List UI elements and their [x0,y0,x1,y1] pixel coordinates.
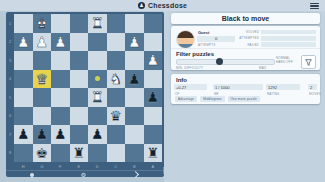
rank-labels: 12345678 [6,14,14,162]
square-e8[interactable]: ♜ [70,144,89,163]
square-g2[interactable]: ♟ [33,33,52,52]
square-h6[interactable] [14,107,33,126]
square-h5[interactable] [14,88,33,107]
rank-label-5: 5 [6,88,14,107]
square-d8[interactable] [88,144,107,163]
white-pawn-a3[interactable]: ♟ [144,51,163,70]
square-d5[interactable]: ♜ [88,88,107,107]
square-e2[interactable] [70,33,89,52]
black-rook-e8[interactable]: ♜ [70,144,89,163]
stat-row-attempted: ATTEMPTED [231,36,316,41]
board-toolbar: ⚙ [6,170,164,178]
square-a4[interactable] [144,70,163,89]
square-c5[interactable] [107,88,126,107]
square-g3[interactable] [33,51,52,70]
divider [171,48,320,49]
square-f2[interactable]: ♟ [51,33,70,52]
stat-field[interactable] [261,30,316,35]
filter-heading: Filter puzzles [176,51,214,57]
info-tags: AdvantageMiddlegameOne move puzzle [175,96,263,102]
square-a3[interactable]: ♟ [144,51,163,70]
settings-icon[interactable]: ⚙ [81,172,86,178]
square-a5[interactable]: ♟ [144,88,163,107]
file-label-a: A [144,162,163,170]
white-rook-d5[interactable]: ♜ [88,88,107,107]
square-c8[interactable] [107,144,126,163]
file-label-f: F [51,162,70,170]
black-pawn-d7[interactable]: ♟ [88,125,107,144]
side-panel: Black to move Guest 0 ATTEMPTS SOLVEDATT… [164,11,325,182]
rank-label-8: 8 [6,144,14,163]
black-pawn-h7[interactable]: ♟ [14,125,33,144]
avatar [176,30,195,49]
file-labels: HGFEDCBA [14,162,162,170]
square-h2[interactable]: ♟ [14,33,33,52]
stat-label: FAILED [231,43,261,47]
square-f8[interactable] [51,144,70,163]
square-c3[interactable] [107,51,126,70]
file-label-g: G [33,162,52,170]
difficulty-slider[interactable] [176,59,275,65]
info-caption-moves: MOVES [309,92,321,96]
info-heading: Info [176,77,187,83]
stat-row-failed: FAILED [231,42,316,47]
tag-chip[interactable]: Advantage [175,96,197,102]
square-e7[interactable] [70,125,89,144]
slider-min-caption: MIN. DIFFICULTY [176,66,203,70]
profile-card: Guest 0 ATTEMPTS SOLVEDATTEMPTEDFAILED F… [171,26,320,70]
square-e4[interactable] [70,70,89,89]
slider-max-caption: MAX. [259,66,267,70]
score-field[interactable]: 0 [197,36,235,42]
square-e6[interactable] [70,107,89,126]
hamburger-menu-icon[interactable] [310,3,319,9]
square-d7[interactable]: ♟ [88,125,107,144]
stat-field[interactable] [261,36,316,41]
info-value-moves: 2 [308,84,317,90]
chessdose-logo-icon: ♟ [138,2,145,9]
app-title: Chessdose [148,2,187,9]
file-label-h: H [14,162,33,170]
white-king-g1[interactable]: ♚ [33,14,52,33]
board[interactable]: ♚♜♟♟♟♟♟♛♞♟♜♟♛♟♟♟♟♚♜♜ [14,14,162,162]
square-g5[interactable] [33,88,52,107]
square-b4[interactable]: ♟ [125,70,144,89]
status-banner: Black to move [171,13,320,24]
info-caption-rating: RATING [267,92,279,96]
square-c6[interactable]: ♛ [107,107,126,126]
square-g8[interactable]: ♚ [33,144,52,163]
stat-row-solved: SOLVED [231,30,316,35]
square-d4[interactable] [88,70,107,89]
square-b3[interactable] [125,51,144,70]
square-g1[interactable]: ♚ [33,14,52,33]
square-b6[interactable] [125,107,144,126]
square-e5[interactable] [70,88,89,107]
score-caption: ATTEMPTS [198,43,215,47]
black-rook-a8[interactable]: ♜ [144,144,163,163]
top-bar: ♟ Chessdose [0,0,325,11]
black-queen-c6[interactable]: ♛ [107,107,126,126]
square-g6[interactable] [33,107,52,126]
slider-knob[interactable] [216,58,223,65]
square-c7[interactable] [107,125,126,144]
square-f3[interactable] [51,51,70,70]
turn-indicator: Black to move [222,15,269,22]
square-a2[interactable] [144,33,163,52]
black-pawn-b4[interactable]: ♟ [125,70,144,89]
stat-field[interactable] [261,42,316,47]
black-pawn-a5[interactable]: ♟ [144,88,163,107]
square-a7[interactable] [144,125,163,144]
white-knight-c4[interactable]: ♞ [107,70,126,89]
tag-chip[interactable]: Middlegame [200,96,224,102]
square-b2[interactable]: ♟ [125,33,144,52]
square-c1[interactable] [107,14,126,33]
info-value-rating: 1292 [266,84,300,90]
rank-label-7: 7 [6,125,14,144]
square-f4[interactable] [51,70,70,89]
square-a8[interactable]: ♜ [144,144,163,163]
black-pawn-f7[interactable]: ♟ [51,125,70,144]
white-pawn-f2[interactable]: ♟ [51,33,70,52]
square-f6[interactable] [51,107,70,126]
square-f1[interactable] [51,14,70,33]
rank-label-2: 2 [6,33,14,52]
tag-chip[interactable]: One move puzzle [228,96,260,102]
board-frame: 12345678 ♚♜♟♟♟♟♟♛♞♟♜♟♛♟♟♟♟♚♜♜ HGFEDCBA ⚙ [6,12,164,177]
white-pawn-b2[interactable]: ♟ [125,33,144,52]
stat-label: ATTEMPTED [231,36,261,40]
black-king-g8[interactable]: ♚ [33,144,52,163]
square-d6[interactable] [88,107,107,126]
square-d1[interactable]: ♜ [88,14,107,33]
profile-stats: SOLVEDATTEMPTEDFAILED [231,30,316,49]
rank-label-3: 3 [6,51,14,70]
white-pawn-g2[interactable]: ♟ [33,33,52,52]
file-label-c: C [107,162,126,170]
square-h1[interactable] [14,14,33,33]
hint-icon[interactable] [30,173,34,177]
square-b1[interactable] [125,14,144,33]
square-g4[interactable]: ♛ [33,70,52,89]
square-e1[interactable] [70,14,89,33]
profile-name: Guest [198,30,209,35]
file-label-d: D [88,162,107,170]
move-origin-dot [95,76,100,81]
white-queen-g4[interactable]: ♛ [33,70,52,89]
square-h4[interactable] [14,70,33,89]
square-f5[interactable] [51,88,70,107]
next-puzzle-icon[interactable] [132,171,139,178]
square-d2[interactable] [88,33,107,52]
square-a1[interactable] [144,14,163,33]
filter-mode-label: NORMAL HARD OFF [276,57,293,65]
square-b5[interactable] [125,88,144,107]
square-c4[interactable]: ♞ [107,70,126,89]
square-f7[interactable]: ♟ [51,125,70,144]
square-a6[interactable] [144,107,163,126]
rank-label-1: 1 [6,14,14,33]
funnel-icon [305,59,312,66]
square-h3[interactable] [14,51,33,70]
square-h7[interactable]: ♟ [14,125,33,144]
square-b7[interactable] [125,125,144,144]
square-h8[interactable] [14,144,33,163]
square-b8[interactable] [125,144,144,163]
black-pawn-g7[interactable]: ♟ [33,125,52,144]
rank-label-6: 6 [6,107,14,126]
filter-button[interactable] [301,55,316,69]
file-label-b: B [125,162,144,170]
white-rook-d1[interactable]: ♜ [88,14,107,33]
square-d3[interactable] [88,51,107,70]
info-value-nr: 1 / 1000 [213,84,263,90]
stat-label: SOLVED [231,30,261,34]
square-g7[interactable]: ♟ [33,125,52,144]
square-c2[interactable] [107,33,126,52]
rank-label-4: 4 [6,70,14,89]
square-e3[interactable] [70,51,89,70]
info-card: Info +0.27CP1 / 1000NR1292RATING2MOVES A… [171,74,320,104]
file-label-e: E [70,162,89,170]
info-value-cp: +0.27 [174,84,207,90]
white-pawn-h2[interactable]: ♟ [14,33,33,52]
